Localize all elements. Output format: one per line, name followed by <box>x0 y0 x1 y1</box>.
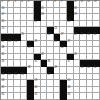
crossword-cell[interactable] <box>34 27 41 34</box>
crossword-cell[interactable] <box>41 93 48 100</box>
crossword-cell[interactable] <box>80 8 87 15</box>
clue-number: 9 <box>61 1 62 4</box>
clue-number: 27 <box>61 34 64 37</box>
crossword-cell[interactable]: 18 <box>41 14 48 21</box>
crossword-cell[interactable]: 8 <box>54 1 61 8</box>
clue-number: 59 <box>34 80 37 83</box>
clue-number: 19 <box>74 14 77 17</box>
clue-number: 11 <box>81 1 83 4</box>
crossword-cell[interactable] <box>8 54 15 61</box>
crossword-cell[interactable] <box>21 14 28 21</box>
clue-number: 6 <box>41 1 42 4</box>
crossword-cell[interactable] <box>47 41 54 48</box>
crossword-cell[interactable]: 34 <box>14 41 21 48</box>
crossword-cell[interactable] <box>14 80 21 87</box>
clue-number: 36 <box>54 41 57 44</box>
crossword-cell[interactable] <box>27 34 34 41</box>
crossword-cell[interactable] <box>21 87 28 94</box>
clue-number: 53 <box>1 74 4 77</box>
crossword-cell[interactable]: 11 <box>80 1 87 8</box>
clue-number: 46 <box>48 61 51 64</box>
crossword-cell[interactable] <box>14 27 21 34</box>
black-cell <box>67 8 74 15</box>
black-cell <box>41 60 48 67</box>
crossword-cell[interactable] <box>8 80 15 87</box>
crossword-cell[interactable] <box>47 80 54 87</box>
clue-number: 33 <box>8 41 11 44</box>
crossword-cell[interactable] <box>47 93 54 100</box>
clue-number: 38 <box>1 47 4 50</box>
crossword-cell[interactable] <box>47 14 54 21</box>
crossword-cell[interactable] <box>60 21 67 28</box>
crossword-cell[interactable]: 54 <box>8 74 15 81</box>
clue-number: 49 <box>54 67 57 70</box>
crossword-cell[interactable]: 4 <box>21 1 28 8</box>
crossword-cell[interactable]: 45 <box>34 60 41 67</box>
crossword-cell[interactable] <box>87 47 94 54</box>
crossword-cell[interactable]: 23 <box>1 27 8 34</box>
crossword-cell[interactable]: 7 <box>47 1 54 8</box>
crossword-cell[interactable]: 44 <box>1 60 8 67</box>
clue-number: 55 <box>15 74 18 77</box>
crossword-cell[interactable] <box>93 41 100 48</box>
crossword-cell[interactable] <box>14 60 21 67</box>
clue-number: 40 <box>61 47 64 50</box>
crossword-cell[interactable] <box>60 74 67 81</box>
clue-number: 34 <box>15 41 18 44</box>
clue-number: 61 <box>1 87 4 90</box>
clue-number: 51 <box>87 67 90 70</box>
crossword-cell[interactable]: 47 <box>67 60 74 67</box>
crossword-cell[interactable] <box>93 93 100 100</box>
crossword-cell[interactable] <box>8 93 15 100</box>
crossword-cell[interactable]: 21 <box>34 21 41 28</box>
crossword-cell[interactable] <box>27 21 34 28</box>
clue-number: 21 <box>34 21 37 24</box>
clue-number: 64 <box>1 94 4 97</box>
crossword-cell[interactable] <box>21 8 28 15</box>
black-cell <box>34 8 41 15</box>
crossword-cell[interactable] <box>87 21 94 28</box>
crossword-cell[interactable] <box>14 14 21 21</box>
crossword-cell[interactable] <box>41 80 48 87</box>
clue-number: 20 <box>1 21 4 24</box>
crossword-cell[interactable]: 57 <box>47 74 54 81</box>
crossword-cell[interactable]: 13 <box>93 1 100 8</box>
crossword-cell[interactable] <box>54 93 61 100</box>
crossword-cell[interactable]: 22 <box>67 21 74 28</box>
crossword-cell[interactable] <box>14 8 21 15</box>
crossword-cell[interactable]: 31 <box>93 34 100 41</box>
crossword-cell[interactable] <box>87 80 94 87</box>
crossword-cell[interactable] <box>93 80 100 87</box>
crossword-cell[interactable] <box>41 41 48 48</box>
crossword-cell[interactable]: 55 <box>14 74 21 81</box>
crossword-cell[interactable] <box>27 27 34 34</box>
clue-number: 22 <box>67 21 70 24</box>
crossword-cell[interactable] <box>21 47 28 54</box>
clue-number: 47 <box>67 61 70 64</box>
crossword-cell[interactable]: 33 <box>8 41 15 48</box>
crossword-cell[interactable] <box>87 41 94 48</box>
crossword-cell[interactable]: 42 <box>41 54 48 61</box>
clue-number: 65 <box>34 94 37 97</box>
black-cell <box>60 93 67 100</box>
clue-number: 26 <box>48 34 51 37</box>
crossword-cell[interactable] <box>54 8 61 15</box>
clue-number: 35 <box>34 41 37 44</box>
crossword-cell[interactable] <box>14 47 21 54</box>
crossword-cell[interactable] <box>47 21 54 28</box>
clue-number: 50 <box>81 67 84 70</box>
crossword-cell[interactable]: 50 <box>80 67 87 74</box>
crossword-cell[interactable]: 43 <box>74 54 81 61</box>
clue-number: 45 <box>34 61 37 64</box>
crossword-cell[interactable] <box>93 21 100 28</box>
crossword-cell[interactable] <box>47 47 54 54</box>
clue-number: 63 <box>67 87 70 90</box>
crossword-cell[interactable]: 12 <box>87 1 94 8</box>
black-cell <box>60 87 67 94</box>
crossword-cell[interactable] <box>54 87 61 94</box>
crossword-cell[interactable]: 19 <box>74 14 81 21</box>
crossword-cell[interactable] <box>87 74 94 81</box>
clue-number: 1 <box>1 1 2 4</box>
crossword-cell[interactable] <box>87 14 94 21</box>
clue-number: 28 <box>74 34 77 37</box>
crossword-cell[interactable] <box>67 67 74 74</box>
crossword-cell[interactable] <box>93 54 100 61</box>
clue-number: 4 <box>21 1 22 4</box>
crossword-cell[interactable]: 24 <box>54 27 61 34</box>
clue-number: 42 <box>41 54 44 57</box>
clue-number: 14 <box>1 8 4 11</box>
crossword-cell[interactable] <box>60 67 67 74</box>
crossword-cell[interactable]: 36 <box>54 41 61 48</box>
crossword-cell[interactable] <box>74 60 81 67</box>
clue-number: 48 <box>28 67 31 70</box>
crossword-cell[interactable]: 27 <box>60 34 67 41</box>
crossword-cell[interactable] <box>41 67 48 74</box>
crossword-cell[interactable] <box>67 47 74 54</box>
crossword-cell[interactable]: 56 <box>21 74 28 81</box>
crossword-cell[interactable] <box>74 41 81 48</box>
crossword-cell[interactable] <box>80 80 87 87</box>
clue-number: 60 <box>67 80 70 83</box>
crossword-cell[interactable] <box>80 41 87 48</box>
crossword-cell[interactable] <box>21 93 28 100</box>
black-cell <box>34 1 41 8</box>
black-cell <box>27 93 34 100</box>
crossword-cell[interactable] <box>93 47 100 54</box>
crossword-cell[interactable] <box>74 67 81 74</box>
crossword-cell[interactable] <box>74 80 81 87</box>
crossword-cell[interactable] <box>27 54 34 61</box>
clue-number: 15 <box>41 8 44 11</box>
crossword-cell[interactable] <box>80 14 87 21</box>
crossword-cell[interactable]: 30 <box>87 34 94 41</box>
clue-number: 13 <box>94 1 97 4</box>
crossword-cell[interactable] <box>8 87 15 94</box>
crossword-cell[interactable]: 64 <box>1 93 8 100</box>
crossword-cell[interactable] <box>54 47 61 54</box>
crossword-cell[interactable] <box>60 14 67 21</box>
clue-number: 56 <box>21 74 24 77</box>
crossword-cell[interactable] <box>60 60 67 67</box>
crossword-cell[interactable] <box>21 21 28 28</box>
crossword-cell[interactable] <box>41 27 48 34</box>
crossword-cell[interactable] <box>21 54 28 61</box>
crossword-cell[interactable] <box>8 60 15 67</box>
crossword-cell[interactable]: 49 <box>54 67 61 74</box>
crossword-cell[interactable]: 26 <box>47 34 54 41</box>
crossword-cell[interactable]: 28 <box>74 34 81 41</box>
crossword-cell[interactable] <box>8 14 15 21</box>
crossword-cell[interactable] <box>80 21 87 28</box>
crossword-cell[interactable] <box>27 14 34 21</box>
crossword-cell[interactable]: 35 <box>34 41 41 48</box>
clue-number: 57 <box>48 74 51 77</box>
clue-number: 23 <box>1 28 4 31</box>
crossword-cell[interactable] <box>74 21 81 28</box>
clue-number: 3 <box>15 1 16 4</box>
crossword-cell[interactable] <box>87 54 94 61</box>
crossword-cell[interactable] <box>54 74 61 81</box>
crossword-cell[interactable] <box>21 60 28 67</box>
crossword-cell[interactable] <box>80 74 87 81</box>
crossword-cell[interactable] <box>8 21 15 28</box>
black-cell <box>60 80 67 87</box>
crossword-cell[interactable] <box>80 54 87 61</box>
crossword-cell[interactable]: 46 <box>47 60 54 67</box>
crossword-cell[interactable] <box>67 27 74 34</box>
crossword-cell[interactable] <box>80 47 87 54</box>
clue-number: 24 <box>54 28 57 31</box>
crossword-cell[interactable] <box>93 74 100 81</box>
clue-number: 31 <box>94 34 97 37</box>
clue-number: 8 <box>54 1 55 4</box>
crossword-cell[interactable] <box>27 74 34 81</box>
crossword-cell[interactable] <box>80 93 87 100</box>
crossword-cell[interactable] <box>34 47 41 54</box>
crossword-cell[interactable] <box>54 80 61 87</box>
crossword-cell[interactable] <box>60 54 67 61</box>
crossword-cell[interactable] <box>41 34 48 41</box>
crossword-cell[interactable] <box>74 74 81 81</box>
crossword-cell[interactable] <box>27 8 34 15</box>
clue-number: 43 <box>74 54 77 57</box>
clue-number: 62 <box>34 87 37 90</box>
crossword-cell[interactable] <box>93 87 100 94</box>
clue-number: 2 <box>8 1 9 4</box>
clue-number: 54 <box>8 74 11 77</box>
crossword-cell[interactable]: 3 <box>14 1 21 8</box>
clue-number: 58 <box>1 80 4 83</box>
clue-number: 29 <box>81 34 84 37</box>
crossword-cell[interactable] <box>8 8 15 15</box>
black-cell <box>27 80 34 87</box>
crossword-cell[interactable] <box>93 8 100 15</box>
crossword-cell[interactable] <box>74 87 81 94</box>
clue-number: 18 <box>41 14 44 17</box>
crossword-cell[interactable] <box>8 27 15 34</box>
clue-number: 12 <box>87 1 90 4</box>
clue-number: 41 <box>1 54 4 57</box>
crossword-cell[interactable]: 51 <box>87 67 94 74</box>
clue-number: 5 <box>28 1 29 4</box>
crossword-cell[interactable] <box>14 93 21 100</box>
crossword-cell[interactable] <box>54 54 61 61</box>
crossword-cell[interactable]: 40 <box>60 47 67 54</box>
crossword-cell[interactable]: 66 <box>67 93 74 100</box>
black-cell <box>67 1 74 8</box>
crossword-cell[interactable]: 65 <box>34 93 41 100</box>
clue-number: 17 <box>1 14 4 17</box>
crossword-cell[interactable] <box>47 8 54 15</box>
clue-number: 44 <box>1 61 4 64</box>
crossword-cell[interactable] <box>8 47 15 54</box>
crossword-cell[interactable]: 9 <box>60 1 67 8</box>
clue-number: 66 <box>67 94 70 97</box>
crossword-cell[interactable]: 2 <box>8 1 15 8</box>
clue-number: 32 <box>1 41 4 44</box>
crossword-cell[interactable]: 25 <box>21 34 28 41</box>
clue-number: 39 <box>28 47 31 50</box>
crossword-cell[interactable] <box>34 67 41 74</box>
crossword-cell[interactable] <box>87 93 94 100</box>
crossword-cell[interactable] <box>54 14 61 21</box>
clue-number: 37 <box>67 41 70 44</box>
crossword-cell[interactable]: 39 <box>27 47 34 54</box>
clue-number: 10 <box>74 1 77 4</box>
clue-number: 52 <box>94 67 97 70</box>
crossword-cell[interactable] <box>93 14 100 21</box>
crossword-cell[interactable] <box>14 87 21 94</box>
clue-number: 7 <box>48 1 49 4</box>
black-cell <box>27 87 34 94</box>
crossword-cell[interactable] <box>60 8 67 15</box>
crossword-cell[interactable] <box>74 93 81 100</box>
crossword-cell[interactable] <box>21 80 28 87</box>
crossword-cell[interactable]: 52 <box>93 67 100 74</box>
clue-number: 16 <box>74 8 77 11</box>
crossword-cell[interactable] <box>14 54 21 61</box>
crossword-cell[interactable] <box>80 87 87 94</box>
clue-number: 30 <box>87 34 90 37</box>
crossword-cell[interactable] <box>41 21 48 28</box>
crossword-cell[interactable]: 37 <box>67 41 74 48</box>
crossword-cell[interactable]: 48 <box>27 67 34 74</box>
crossword-cell[interactable]: 29 <box>80 34 87 41</box>
crossword-cell[interactable] <box>47 87 54 94</box>
crossword-cell[interactable] <box>41 74 48 81</box>
clue-number: 25 <box>21 34 24 37</box>
crossword-grid: 1234567891011121314151617181920212223242… <box>0 0 100 100</box>
crossword-cell[interactable] <box>21 41 28 48</box>
crossword-cell[interactable]: 5 <box>27 1 34 8</box>
crossword-cell[interactable] <box>41 87 48 94</box>
crossword-cell[interactable] <box>87 8 94 15</box>
crossword-cell[interactable] <box>14 21 21 28</box>
crossword-cell[interactable] <box>87 87 94 94</box>
